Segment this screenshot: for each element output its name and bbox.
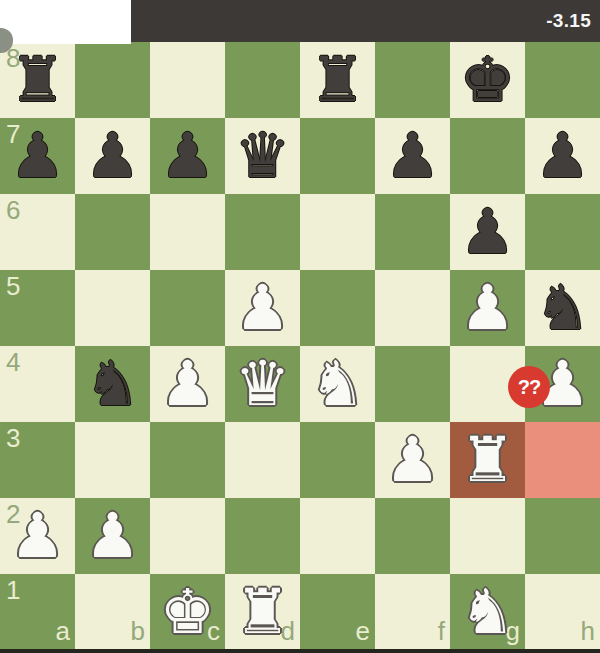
square-c3[interactable] <box>150 422 225 498</box>
black-queen-d7[interactable]: ♛ <box>225 118 300 194</box>
square-a4[interactable]: 4 <box>0 346 75 422</box>
bottom-edge-bar <box>0 649 600 653</box>
square-f2[interactable] <box>375 498 450 574</box>
square-f5[interactable] <box>375 270 450 346</box>
square-d5[interactable]: ♟ <box>225 270 300 346</box>
square-e6[interactable] <box>300 194 375 270</box>
square-b4[interactable]: ♞ <box>75 346 150 422</box>
white-knight-e4[interactable]: ♞ <box>300 346 375 422</box>
black-knight-h5[interactable]: ♞ <box>525 270 600 346</box>
square-d2[interactable] <box>225 498 300 574</box>
square-g8[interactable]: ♚ <box>450 42 525 118</box>
white-pawn-c4[interactable]: ♟ <box>150 346 225 422</box>
square-b3[interactable] <box>75 422 150 498</box>
square-h8[interactable] <box>525 42 600 118</box>
square-b5[interactable] <box>75 270 150 346</box>
square-d4[interactable]: ♛ <box>225 346 300 422</box>
black-rook-a8[interactable]: ♜ <box>0 42 75 118</box>
square-d8[interactable] <box>225 42 300 118</box>
square-f6[interactable] <box>375 194 450 270</box>
white-pawn-d5[interactable]: ♟ <box>225 270 300 346</box>
white-king-c1[interactable]: ♚ <box>150 574 225 650</box>
white-pawn-a2[interactable]: ♟ <box>0 498 75 574</box>
black-pawn-b7[interactable]: ♟ <box>75 118 150 194</box>
square-g7[interactable] <box>450 118 525 194</box>
square-e2[interactable] <box>300 498 375 574</box>
white-pawn-g5[interactable]: ♟ <box>450 270 525 346</box>
square-c5[interactable] <box>150 270 225 346</box>
black-pawn-f7[interactable]: ♟ <box>375 118 450 194</box>
square-c4[interactable]: ♟ <box>150 346 225 422</box>
square-e8[interactable]: ♜ <box>300 42 375 118</box>
overlay-card <box>0 0 131 44</box>
square-h5[interactable]: ♞ <box>525 270 600 346</box>
blunder-badge-text: ?? <box>518 376 540 399</box>
square-d3[interactable] <box>225 422 300 498</box>
square-f3[interactable]: ♟ <box>375 422 450 498</box>
square-h3[interactable] <box>525 422 600 498</box>
file-label-b: b <box>131 618 145 644</box>
chess-board: 8♜♜♚7♟♟♟♛♟♟6♟5♟♟♞4♞♟♛♞♟3♟♜2♟♟1abc♚d♜efg♞… <box>0 42 600 650</box>
square-d6[interactable] <box>225 194 300 270</box>
square-g3[interactable]: ♜ <box>450 422 525 498</box>
white-rook-d1[interactable]: ♜ <box>225 574 300 650</box>
square-h2[interactable] <box>525 498 600 574</box>
rank-label-3: 3 <box>6 425 20 451</box>
file-label-e: e <box>356 618 370 644</box>
black-rook-e8[interactable]: ♜ <box>300 42 375 118</box>
square-a8[interactable]: 8♜ <box>0 42 75 118</box>
square-g1[interactable]: g♞ <box>450 574 525 650</box>
black-pawn-c7[interactable]: ♟ <box>150 118 225 194</box>
square-f7[interactable]: ♟ <box>375 118 450 194</box>
square-b6[interactable] <box>75 194 150 270</box>
square-d7[interactable]: ♛ <box>225 118 300 194</box>
file-label-h: h <box>581 618 595 644</box>
analysis-screen: 8♜♜♚7♟♟♟♛♟♟6♟5♟♟♞4♞♟♛♞♟3♟♜2♟♟1abc♚d♜efg♞… <box>0 0 600 653</box>
file-label-f: f <box>438 618 445 644</box>
square-h7[interactable]: ♟ <box>525 118 600 194</box>
square-h6[interactable] <box>525 194 600 270</box>
white-pawn-b2[interactable]: ♟ <box>75 498 150 574</box>
square-f8[interactable] <box>375 42 450 118</box>
square-c2[interactable] <box>150 498 225 574</box>
white-rook-g3[interactable]: ♜ <box>450 422 525 498</box>
square-c1[interactable]: c♚ <box>150 574 225 650</box>
square-c6[interactable] <box>150 194 225 270</box>
blunder-badge: ?? <box>508 366 550 408</box>
square-a1[interactable]: 1a <box>0 574 75 650</box>
rank-label-6: 6 <box>6 197 20 223</box>
square-a3[interactable]: 3 <box>0 422 75 498</box>
square-f4[interactable] <box>375 346 450 422</box>
file-label-a: a <box>56 618 70 644</box>
square-e5[interactable] <box>300 270 375 346</box>
black-pawn-g6[interactable]: ♟ <box>450 194 525 270</box>
square-f1[interactable]: f <box>375 574 450 650</box>
white-knight-g1[interactable]: ♞ <box>450 574 525 650</box>
rank-label-1: 1 <box>6 577 20 603</box>
square-c7[interactable]: ♟ <box>150 118 225 194</box>
black-king-g8[interactable]: ♚ <box>450 42 525 118</box>
square-d1[interactable]: d♜ <box>225 574 300 650</box>
square-e7[interactable] <box>300 118 375 194</box>
square-a7[interactable]: 7♟ <box>0 118 75 194</box>
black-pawn-a7[interactable]: ♟ <box>0 118 75 194</box>
square-g5[interactable]: ♟ <box>450 270 525 346</box>
rank-label-4: 4 <box>6 349 20 375</box>
square-a5[interactable]: 5 <box>0 270 75 346</box>
square-g6[interactable]: ♟ <box>450 194 525 270</box>
square-b7[interactable]: ♟ <box>75 118 150 194</box>
white-queen-d4[interactable]: ♛ <box>225 346 300 422</box>
black-pawn-h7[interactable]: ♟ <box>525 118 600 194</box>
square-c8[interactable] <box>150 42 225 118</box>
square-b1[interactable]: b <box>75 574 150 650</box>
square-b8[interactable] <box>75 42 150 118</box>
square-a6[interactable]: 6 <box>0 194 75 270</box>
rank-label-5: 5 <box>6 273 20 299</box>
square-e3[interactable] <box>300 422 375 498</box>
square-e4[interactable]: ♞ <box>300 346 375 422</box>
black-knight-b4[interactable]: ♞ <box>75 346 150 422</box>
square-b2[interactable]: ♟ <box>75 498 150 574</box>
square-h1[interactable]: h <box>525 574 600 650</box>
white-pawn-f3[interactable]: ♟ <box>375 422 450 498</box>
square-g2[interactable] <box>450 498 525 574</box>
evaluation-score: -3.15 <box>546 10 600 32</box>
square-e1[interactable]: e <box>300 574 375 650</box>
square-a2[interactable]: 2♟ <box>0 498 75 574</box>
